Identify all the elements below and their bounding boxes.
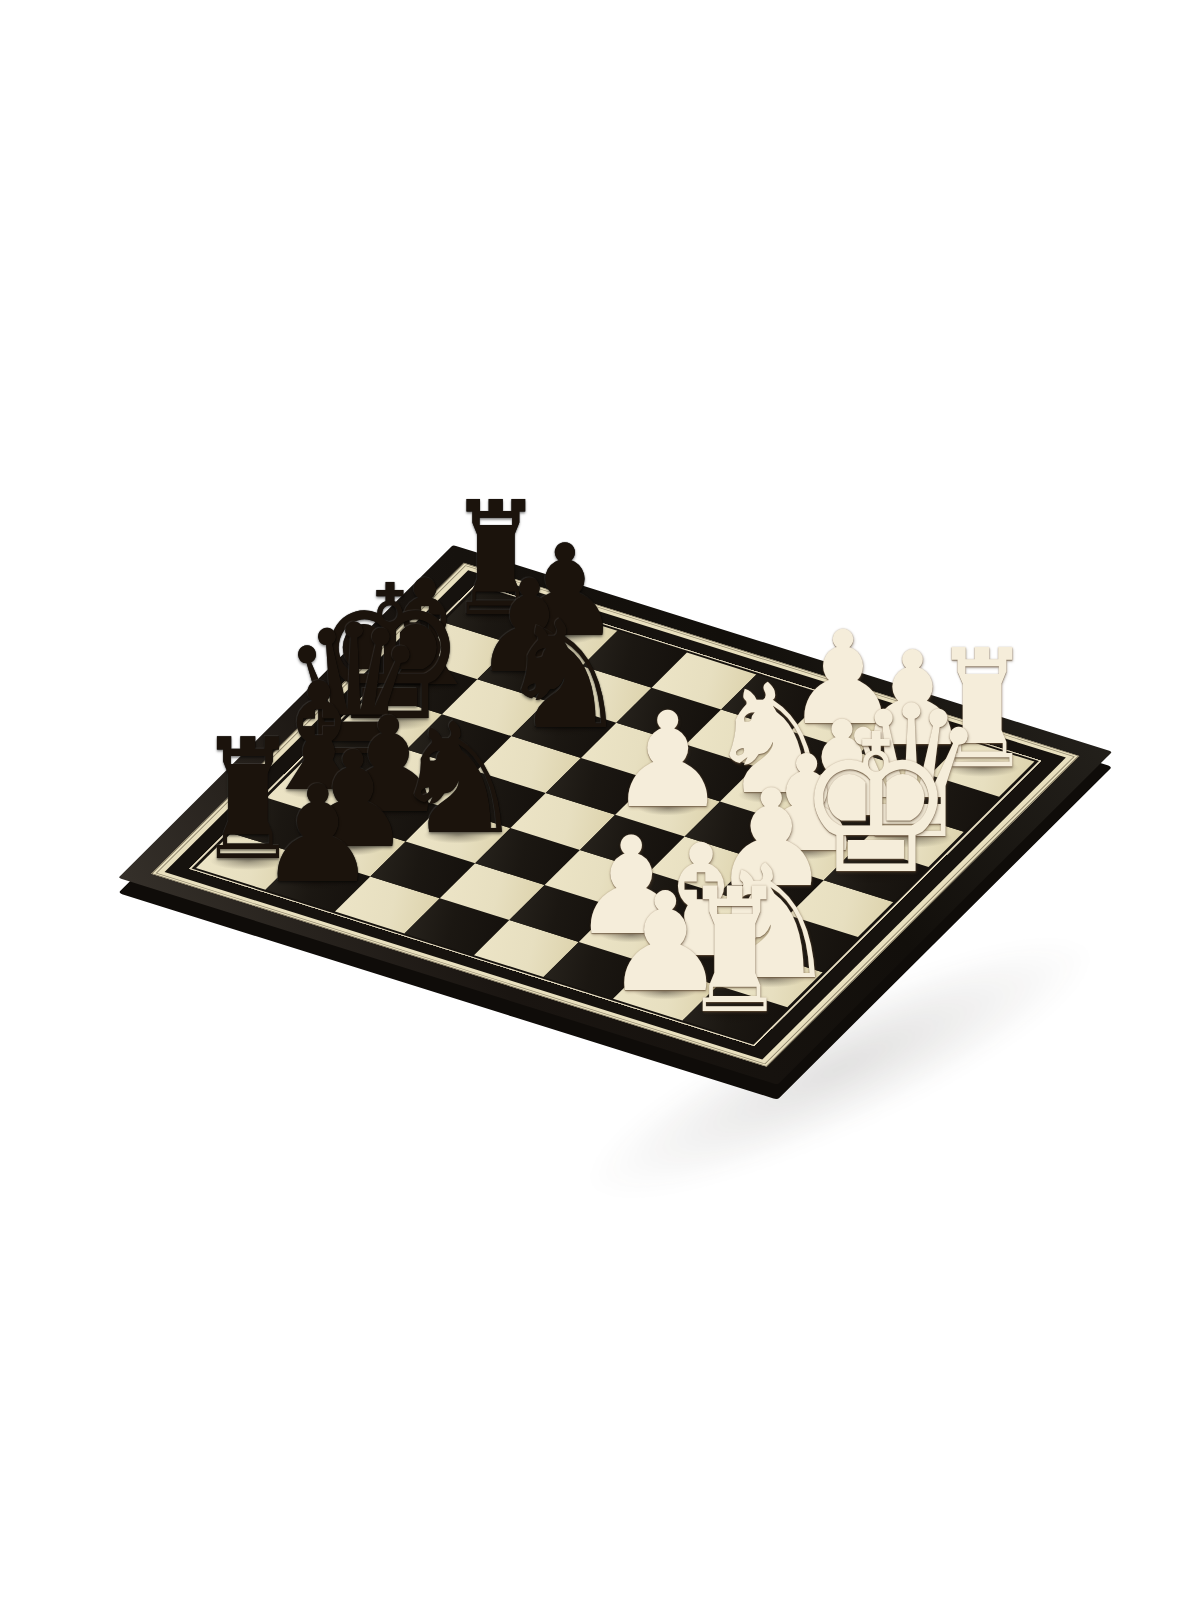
game-label: chess [0,0,1,1]
product-photo-canvas: chess ♜♝♛♚♝♜♟♟♟♟♟♞♞♟♟♞♟♟♝♟♟♟♟♜♞♚♛♜ [0,0,1200,1600]
